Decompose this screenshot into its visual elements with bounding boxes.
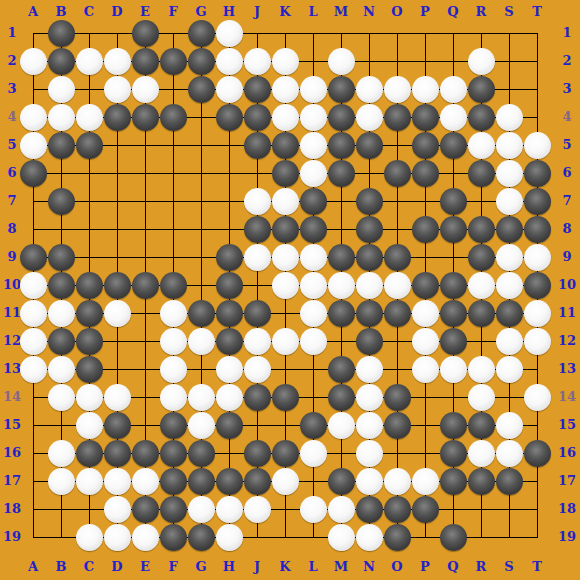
cell-A14[interactable] xyxy=(19,383,47,411)
cell-C11[interactable] xyxy=(75,299,103,327)
cell-L18[interactable] xyxy=(299,495,327,523)
cell-S12[interactable] xyxy=(495,327,523,355)
cell-O3[interactable] xyxy=(383,75,411,103)
cell-K7[interactable] xyxy=(271,187,299,215)
cell-A9[interactable] xyxy=(19,243,47,271)
cell-B9[interactable] xyxy=(47,243,75,271)
cell-K12[interactable] xyxy=(271,327,299,355)
cell-M5[interactable] xyxy=(327,131,355,159)
cell-B15[interactable] xyxy=(47,411,75,439)
cell-H1[interactable] xyxy=(215,19,243,47)
cell-L9[interactable] xyxy=(299,243,327,271)
cell-Q13[interactable] xyxy=(439,355,467,383)
cell-R7[interactable] xyxy=(467,187,495,215)
cell-G6[interactable] xyxy=(187,159,215,187)
cell-G11[interactable] xyxy=(187,299,215,327)
cell-B1[interactable] xyxy=(47,19,75,47)
cell-S16[interactable] xyxy=(495,439,523,467)
cell-M11[interactable] xyxy=(327,299,355,327)
cell-E7[interactable] xyxy=(131,187,159,215)
cell-E14[interactable] xyxy=(131,383,159,411)
cell-H17[interactable] xyxy=(215,467,243,495)
cell-N3[interactable] xyxy=(355,75,383,103)
cell-J6[interactable] xyxy=(243,159,271,187)
cell-J7[interactable] xyxy=(243,187,271,215)
cell-O14[interactable] xyxy=(383,383,411,411)
cell-B12[interactable] xyxy=(47,327,75,355)
cell-R15[interactable] xyxy=(467,411,495,439)
cell-M7[interactable] xyxy=(327,187,355,215)
cell-F11[interactable] xyxy=(159,299,187,327)
cell-D18[interactable] xyxy=(103,495,131,523)
cell-B8[interactable] xyxy=(47,215,75,243)
cell-T12[interactable] xyxy=(523,327,551,355)
cell-G7[interactable] xyxy=(187,187,215,215)
cell-O15[interactable] xyxy=(383,411,411,439)
cell-K11[interactable] xyxy=(271,299,299,327)
cell-K17[interactable] xyxy=(271,467,299,495)
cell-E16[interactable] xyxy=(131,439,159,467)
cell-Q15[interactable] xyxy=(439,411,467,439)
cell-D9[interactable] xyxy=(103,243,131,271)
cell-E17[interactable] xyxy=(131,467,159,495)
cell-M12[interactable] xyxy=(327,327,355,355)
cell-P15[interactable] xyxy=(411,411,439,439)
cell-Q12[interactable] xyxy=(439,327,467,355)
cell-H18[interactable] xyxy=(215,495,243,523)
cell-F2[interactable] xyxy=(159,47,187,75)
cell-E15[interactable] xyxy=(131,411,159,439)
cell-C10[interactable] xyxy=(75,271,103,299)
cell-C6[interactable] xyxy=(75,159,103,187)
cell-G8[interactable] xyxy=(187,215,215,243)
cell-L2[interactable] xyxy=(299,47,327,75)
cell-P5[interactable] xyxy=(411,131,439,159)
cell-E2[interactable] xyxy=(131,47,159,75)
cell-J17[interactable] xyxy=(243,467,271,495)
cell-P19[interactable] xyxy=(411,523,439,551)
cell-S11[interactable] xyxy=(495,299,523,327)
cell-A13[interactable] xyxy=(19,355,47,383)
cell-J13[interactable] xyxy=(243,355,271,383)
cell-F15[interactable] xyxy=(159,411,187,439)
cell-H16[interactable] xyxy=(215,439,243,467)
cell-E19[interactable] xyxy=(131,523,159,551)
cell-L4[interactable] xyxy=(299,103,327,131)
cell-R1[interactable] xyxy=(467,19,495,47)
cell-D12[interactable] xyxy=(103,327,131,355)
cell-G16[interactable] xyxy=(187,439,215,467)
cell-R12[interactable] xyxy=(467,327,495,355)
cell-J16[interactable] xyxy=(243,439,271,467)
cell-L1[interactable] xyxy=(299,19,327,47)
cell-H6[interactable] xyxy=(215,159,243,187)
cell-P11[interactable] xyxy=(411,299,439,327)
cell-T1[interactable] xyxy=(523,19,551,47)
cell-L3[interactable] xyxy=(299,75,327,103)
cell-Q2[interactable] xyxy=(439,47,467,75)
cell-A3[interactable] xyxy=(19,75,47,103)
cell-S8[interactable] xyxy=(495,215,523,243)
cell-D10[interactable] xyxy=(103,271,131,299)
cell-C18[interactable] xyxy=(75,495,103,523)
cell-O12[interactable] xyxy=(383,327,411,355)
cell-L10[interactable] xyxy=(299,271,327,299)
cell-M2[interactable] xyxy=(327,47,355,75)
cell-K3[interactable] xyxy=(271,75,299,103)
cell-F9[interactable] xyxy=(159,243,187,271)
cell-C4[interactable] xyxy=(75,103,103,131)
cell-F12[interactable] xyxy=(159,327,187,355)
cell-N15[interactable] xyxy=(355,411,383,439)
cell-H7[interactable] xyxy=(215,187,243,215)
cell-E10[interactable] xyxy=(131,271,159,299)
cell-C2[interactable] xyxy=(75,47,103,75)
cell-T10[interactable] xyxy=(523,271,551,299)
cell-C17[interactable] xyxy=(75,467,103,495)
cell-J14[interactable] xyxy=(243,383,271,411)
cell-Q10[interactable] xyxy=(439,271,467,299)
cell-H8[interactable] xyxy=(215,215,243,243)
cell-E3[interactable] xyxy=(131,75,159,103)
cell-C19[interactable] xyxy=(75,523,103,551)
cell-H5[interactable] xyxy=(215,131,243,159)
cell-M9[interactable] xyxy=(327,243,355,271)
cell-E11[interactable] xyxy=(131,299,159,327)
cell-O16[interactable] xyxy=(383,439,411,467)
cell-L5[interactable] xyxy=(299,131,327,159)
cell-B13[interactable] xyxy=(47,355,75,383)
cell-R13[interactable] xyxy=(467,355,495,383)
cell-E6[interactable] xyxy=(131,159,159,187)
cell-F14[interactable] xyxy=(159,383,187,411)
cell-Q16[interactable] xyxy=(439,439,467,467)
cell-J18[interactable] xyxy=(243,495,271,523)
cell-N4[interactable] xyxy=(355,103,383,131)
cell-K16[interactable] xyxy=(271,439,299,467)
cell-P6[interactable] xyxy=(411,159,439,187)
cell-T4[interactable] xyxy=(523,103,551,131)
cell-H19[interactable] xyxy=(215,523,243,551)
cell-K9[interactable] xyxy=(271,243,299,271)
cell-B16[interactable] xyxy=(47,439,75,467)
cell-T16[interactable] xyxy=(523,439,551,467)
cell-N9[interactable] xyxy=(355,243,383,271)
cell-E5[interactable] xyxy=(131,131,159,159)
cell-A7[interactable] xyxy=(19,187,47,215)
cell-H2[interactable] xyxy=(215,47,243,75)
cell-G1[interactable] xyxy=(187,19,215,47)
cell-H15[interactable] xyxy=(215,411,243,439)
cell-G5[interactable] xyxy=(187,131,215,159)
cell-N16[interactable] xyxy=(355,439,383,467)
cell-G12[interactable] xyxy=(187,327,215,355)
cell-B4[interactable] xyxy=(47,103,75,131)
cell-O5[interactable] xyxy=(383,131,411,159)
cell-G3[interactable] xyxy=(187,75,215,103)
cell-L11[interactable] xyxy=(299,299,327,327)
cell-Q17[interactable] xyxy=(439,467,467,495)
cell-Q14[interactable] xyxy=(439,383,467,411)
cell-H9[interactable] xyxy=(215,243,243,271)
cell-S15[interactable] xyxy=(495,411,523,439)
cell-A4[interactable] xyxy=(19,103,47,131)
cell-H14[interactable] xyxy=(215,383,243,411)
cell-M8[interactable] xyxy=(327,215,355,243)
cell-J2[interactable] xyxy=(243,47,271,75)
cell-G19[interactable] xyxy=(187,523,215,551)
cell-B6[interactable] xyxy=(47,159,75,187)
cell-A10[interactable] xyxy=(19,271,47,299)
cell-F1[interactable] xyxy=(159,19,187,47)
cell-F17[interactable] xyxy=(159,467,187,495)
cell-B2[interactable] xyxy=(47,47,75,75)
cell-E13[interactable] xyxy=(131,355,159,383)
cell-T6[interactable] xyxy=(523,159,551,187)
cell-J4[interactable] xyxy=(243,103,271,131)
cell-K2[interactable] xyxy=(271,47,299,75)
cell-J15[interactable] xyxy=(243,411,271,439)
cell-M15[interactable] xyxy=(327,411,355,439)
cell-L16[interactable] xyxy=(299,439,327,467)
cell-M1[interactable] xyxy=(327,19,355,47)
cell-Q6[interactable] xyxy=(439,159,467,187)
cell-D5[interactable] xyxy=(103,131,131,159)
cell-C7[interactable] xyxy=(75,187,103,215)
cell-S17[interactable] xyxy=(495,467,523,495)
cell-T19[interactable] xyxy=(523,523,551,551)
cell-S7[interactable] xyxy=(495,187,523,215)
cell-O17[interactable] xyxy=(383,467,411,495)
cell-D13[interactable] xyxy=(103,355,131,383)
cell-R6[interactable] xyxy=(467,159,495,187)
cell-D17[interactable] xyxy=(103,467,131,495)
cell-A18[interactable] xyxy=(19,495,47,523)
cell-K8[interactable] xyxy=(271,215,299,243)
cell-G2[interactable] xyxy=(187,47,215,75)
cell-P16[interactable] xyxy=(411,439,439,467)
cell-F5[interactable] xyxy=(159,131,187,159)
cell-M14[interactable] xyxy=(327,383,355,411)
cell-Q1[interactable] xyxy=(439,19,467,47)
cell-E12[interactable] xyxy=(131,327,159,355)
cell-R9[interactable] xyxy=(467,243,495,271)
cell-S3[interactable] xyxy=(495,75,523,103)
cell-B18[interactable] xyxy=(47,495,75,523)
cell-F7[interactable] xyxy=(159,187,187,215)
cell-A5[interactable] xyxy=(19,131,47,159)
cell-M13[interactable] xyxy=(327,355,355,383)
cell-A19[interactable] xyxy=(19,523,47,551)
cell-G9[interactable] xyxy=(187,243,215,271)
cell-N1[interactable] xyxy=(355,19,383,47)
cell-O1[interactable] xyxy=(383,19,411,47)
cell-N8[interactable] xyxy=(355,215,383,243)
cell-T7[interactable] xyxy=(523,187,551,215)
cell-B10[interactable] xyxy=(47,271,75,299)
cell-N7[interactable] xyxy=(355,187,383,215)
cell-L8[interactable] xyxy=(299,215,327,243)
cell-T14[interactable] xyxy=(523,383,551,411)
cell-C13[interactable] xyxy=(75,355,103,383)
cell-L14[interactable] xyxy=(299,383,327,411)
cell-N6[interactable] xyxy=(355,159,383,187)
cell-P17[interactable] xyxy=(411,467,439,495)
cell-E1[interactable] xyxy=(131,19,159,47)
cell-Q3[interactable] xyxy=(439,75,467,103)
cell-D15[interactable] xyxy=(103,411,131,439)
cell-M10[interactable] xyxy=(327,271,355,299)
cell-T8[interactable] xyxy=(523,215,551,243)
cell-F3[interactable] xyxy=(159,75,187,103)
cell-F19[interactable] xyxy=(159,523,187,551)
cell-N18[interactable] xyxy=(355,495,383,523)
cell-O11[interactable] xyxy=(383,299,411,327)
cell-P7[interactable] xyxy=(411,187,439,215)
cell-P12[interactable] xyxy=(411,327,439,355)
cell-K10[interactable] xyxy=(271,271,299,299)
cell-R10[interactable] xyxy=(467,271,495,299)
cell-S5[interactable] xyxy=(495,131,523,159)
cell-O18[interactable] xyxy=(383,495,411,523)
cell-G17[interactable] xyxy=(187,467,215,495)
cell-C12[interactable] xyxy=(75,327,103,355)
cell-S6[interactable] xyxy=(495,159,523,187)
cell-C14[interactable] xyxy=(75,383,103,411)
cell-E9[interactable] xyxy=(131,243,159,271)
cell-P18[interactable] xyxy=(411,495,439,523)
cell-H3[interactable] xyxy=(215,75,243,103)
cell-C16[interactable] xyxy=(75,439,103,467)
cell-M18[interactable] xyxy=(327,495,355,523)
cell-P9[interactable] xyxy=(411,243,439,271)
cell-N2[interactable] xyxy=(355,47,383,75)
cell-B11[interactable] xyxy=(47,299,75,327)
cell-B7[interactable] xyxy=(47,187,75,215)
cell-T13[interactable] xyxy=(523,355,551,383)
cell-Q18[interactable] xyxy=(439,495,467,523)
cell-A12[interactable] xyxy=(19,327,47,355)
cell-A11[interactable] xyxy=(19,299,47,327)
cell-L6[interactable] xyxy=(299,159,327,187)
cell-N17[interactable] xyxy=(355,467,383,495)
cell-S1[interactable] xyxy=(495,19,523,47)
cell-G4[interactable] xyxy=(187,103,215,131)
cell-A17[interactable] xyxy=(19,467,47,495)
cell-O7[interactable] xyxy=(383,187,411,215)
cell-J5[interactable] xyxy=(243,131,271,159)
cell-T15[interactable] xyxy=(523,411,551,439)
cell-M16[interactable] xyxy=(327,439,355,467)
cell-O19[interactable] xyxy=(383,523,411,551)
cell-R16[interactable] xyxy=(467,439,495,467)
cell-J11[interactable] xyxy=(243,299,271,327)
cell-C9[interactable] xyxy=(75,243,103,271)
cell-F8[interactable] xyxy=(159,215,187,243)
cell-O2[interactable] xyxy=(383,47,411,75)
cell-S10[interactable] xyxy=(495,271,523,299)
cell-R11[interactable] xyxy=(467,299,495,327)
cell-F13[interactable] xyxy=(159,355,187,383)
cell-G10[interactable] xyxy=(187,271,215,299)
cell-L17[interactable] xyxy=(299,467,327,495)
cell-M19[interactable] xyxy=(327,523,355,551)
cell-F4[interactable] xyxy=(159,103,187,131)
cell-Q7[interactable] xyxy=(439,187,467,215)
cell-C5[interactable] xyxy=(75,131,103,159)
cell-D2[interactable] xyxy=(103,47,131,75)
cell-C3[interactable] xyxy=(75,75,103,103)
cell-P8[interactable] xyxy=(411,215,439,243)
cell-J9[interactable] xyxy=(243,243,271,271)
cell-T17[interactable] xyxy=(523,467,551,495)
cell-J19[interactable] xyxy=(243,523,271,551)
cell-D19[interactable] xyxy=(103,523,131,551)
cell-E8[interactable] xyxy=(131,215,159,243)
cell-J12[interactable] xyxy=(243,327,271,355)
cell-T11[interactable] xyxy=(523,299,551,327)
cell-C1[interactable] xyxy=(75,19,103,47)
cell-T5[interactable] xyxy=(523,131,551,159)
cell-K5[interactable] xyxy=(271,131,299,159)
cell-B19[interactable] xyxy=(47,523,75,551)
cell-C8[interactable] xyxy=(75,215,103,243)
cell-P3[interactable] xyxy=(411,75,439,103)
cell-L15[interactable] xyxy=(299,411,327,439)
cell-J1[interactable] xyxy=(243,19,271,47)
cell-D1[interactable] xyxy=(103,19,131,47)
cell-Q11[interactable] xyxy=(439,299,467,327)
cell-D11[interactable] xyxy=(103,299,131,327)
cell-E4[interactable] xyxy=(131,103,159,131)
cell-K1[interactable] xyxy=(271,19,299,47)
cell-A2[interactable] xyxy=(19,47,47,75)
cell-O8[interactable] xyxy=(383,215,411,243)
cell-Q5[interactable] xyxy=(439,131,467,159)
cell-R17[interactable] xyxy=(467,467,495,495)
cell-P4[interactable] xyxy=(411,103,439,131)
cell-K6[interactable] xyxy=(271,159,299,187)
cell-N5[interactable] xyxy=(355,131,383,159)
cell-Q4[interactable] xyxy=(439,103,467,131)
cell-A8[interactable] xyxy=(19,215,47,243)
cell-S13[interactable] xyxy=(495,355,523,383)
cell-B14[interactable] xyxy=(47,383,75,411)
cell-R14[interactable] xyxy=(467,383,495,411)
cell-F6[interactable] xyxy=(159,159,187,187)
cell-N11[interactable] xyxy=(355,299,383,327)
cell-M17[interactable] xyxy=(327,467,355,495)
cell-H10[interactable] xyxy=(215,271,243,299)
cell-Q8[interactable] xyxy=(439,215,467,243)
cell-K13[interactable] xyxy=(271,355,299,383)
cell-O13[interactable] xyxy=(383,355,411,383)
cell-P2[interactable] xyxy=(411,47,439,75)
cell-M3[interactable] xyxy=(327,75,355,103)
cell-F10[interactable] xyxy=(159,271,187,299)
cell-J10[interactable] xyxy=(243,271,271,299)
cell-R3[interactable] xyxy=(467,75,495,103)
cell-S2[interactable] xyxy=(495,47,523,75)
cell-M6[interactable] xyxy=(327,159,355,187)
cell-K19[interactable] xyxy=(271,523,299,551)
cell-B3[interactable] xyxy=(47,75,75,103)
cell-D16[interactable] xyxy=(103,439,131,467)
cell-A1[interactable] xyxy=(19,19,47,47)
cell-G18[interactable] xyxy=(187,495,215,523)
cell-T9[interactable] xyxy=(523,243,551,271)
cell-L19[interactable] xyxy=(299,523,327,551)
